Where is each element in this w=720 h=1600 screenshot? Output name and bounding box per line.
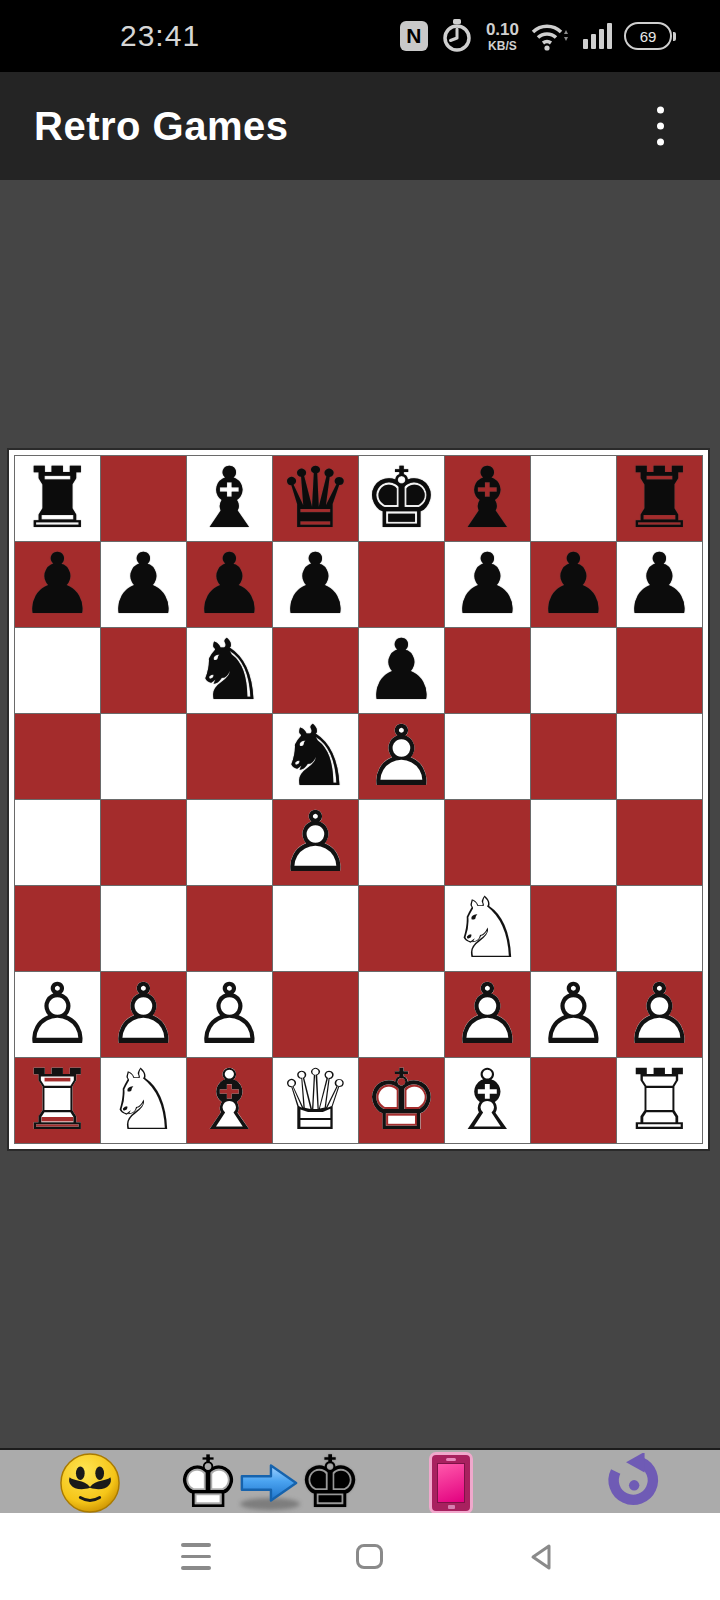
piece-white-rook[interactable]: ♜♖ [15,1058,100,1143]
square-g5[interactable] [531,714,616,799]
piece-white-queen[interactable]: ♛♕ [273,1058,358,1143]
piece-black-knight[interactable]: ♞ [273,714,358,799]
piece-black-pawn[interactable]: ♟ [617,542,702,627]
square-e5[interactable]: ♟♙ [359,714,444,799]
kebab-menu-icon[interactable] [649,99,672,154]
square-a2[interactable]: ♟♙ [15,972,100,1057]
square-d8[interactable]: ♛ [273,456,358,541]
piece-black-pawn[interactable]: ♟ [187,542,272,627]
square-d7[interactable]: ♟ [273,542,358,627]
square-a7[interactable]: ♟ [15,542,100,627]
square-d2[interactable] [273,972,358,1057]
square-e8[interactable]: ♚ [359,456,444,541]
chess-board-frame: ♜♝♛♚♝♜♟♟♟♟♟♟♟♞♟♞♟♙♟♙♞♘♟♙♟♙♟♙♟♙♟♙♟♙♜♖♞♘♝♗… [7,448,710,1151]
piece-black-pawn[interactable]: ♟ [101,542,186,627]
app-bar: Retro Games [0,72,720,180]
square-f4[interactable] [445,800,530,885]
square-c4[interactable] [187,800,272,885]
square-b7[interactable]: ♟ [101,542,186,627]
square-f5[interactable] [445,714,530,799]
wifi-icon [531,20,571,52]
phone-screen: 23:41 N 0.10 KB/S [0,0,720,1600]
piece-white-pawn[interactable]: ♟♙ [617,972,702,1057]
signal-bars-icon [583,23,612,49]
alarm-clock-icon [440,18,474,54]
square-e2[interactable] [359,972,444,1057]
nfc-icon: N [400,21,428,51]
square-d3[interactable] [273,886,358,971]
square-h7[interactable]: ♟ [617,542,702,627]
square-g2[interactable]: ♟♙ [531,972,616,1057]
square-c5[interactable] [187,714,272,799]
game-toolbar: ♚ ♔ ♚ [0,1448,720,1513]
clock-time: 23:41 [120,19,200,53]
square-g3[interactable] [531,886,616,971]
square-g8[interactable] [531,456,616,541]
square-f6[interactable] [445,628,530,713]
piece-black-king[interactable]: ♚ [359,456,444,541]
back-button[interactable] [511,1513,571,1600]
square-h3[interactable] [617,886,702,971]
square-b4[interactable] [101,800,186,885]
square-f2[interactable]: ♟♙ [445,972,530,1057]
piece-black-pawn[interactable]: ♟ [273,542,358,627]
square-f8[interactable]: ♝ [445,456,530,541]
piece-black-queen[interactable]: ♛ [273,456,358,541]
square-a4[interactable] [15,800,100,885]
battery-percent: 69 [640,28,657,45]
square-d5[interactable]: ♞ [273,714,358,799]
turn-arrow-icon [238,1450,300,1513]
piece-white-knight[interactable]: ♞♘ [101,1058,186,1143]
square-b3[interactable] [101,886,186,971]
piece-black-rook[interactable]: ♜ [617,456,702,541]
square-c8[interactable]: ♝ [187,456,272,541]
square-g7[interactable]: ♟ [531,542,616,627]
piece-black-knight[interactable]: ♞ [187,628,272,713]
square-a3[interactable] [15,886,100,971]
square-h8[interactable]: ♜ [617,456,702,541]
square-e4[interactable] [359,800,444,885]
home-icon [356,1544,383,1569]
turn-indicator-white-king: ♚ ♔ [176,1450,240,1513]
back-icon [528,1543,554,1571]
square-c1[interactable]: ♝♗ [187,1058,272,1143]
piece-white-pawn[interactable]: ♟♙ [273,800,358,885]
piece-white-pawn[interactable]: ♟♙ [101,972,186,1057]
piece-black-pawn[interactable]: ♟ [15,542,100,627]
piece-white-bishop[interactable]: ♝♗ [445,1058,530,1143]
piece-black-pawn[interactable]: ♟ [531,542,616,627]
smiley-mustache-icon[interactable] [59,1450,121,1513]
square-b6[interactable] [101,628,186,713]
square-d6[interactable] [273,628,358,713]
square-h2[interactable]: ♟♙ [617,972,702,1057]
chess-board[interactable]: ♜♝♛♚♝♜♟♟♟♟♟♟♟♞♟♞♟♙♟♙♞♘♟♙♟♙♟♙♟♙♟♙♟♙♜♖♞♘♝♗… [14,455,703,1144]
square-d1[interactable]: ♛♕ [273,1058,358,1143]
square-b5[interactable] [101,714,186,799]
piece-white-bishop[interactable]: ♝♗ [187,1058,272,1143]
square-h6[interactable] [617,628,702,713]
page-title: Retro Games [34,104,288,149]
square-g1[interactable] [531,1058,616,1143]
piece-white-pawn[interactable]: ♟♙ [531,972,616,1057]
piece-white-pawn[interactable]: ♟♙ [445,972,530,1057]
piece-white-pawn[interactable]: ♟♙ [187,972,272,1057]
piece-black-rook[interactable]: ♜ [15,456,100,541]
battery-icon: 69 [624,22,672,50]
square-a6[interactable] [15,628,100,713]
square-c3[interactable] [187,886,272,971]
home-button[interactable] [339,1513,399,1600]
square-h1[interactable]: ♜♖ [617,1058,702,1143]
piece-white-pawn[interactable]: ♟♙ [359,714,444,799]
square-d4[interactable]: ♟♙ [273,800,358,885]
square-e1[interactable]: ♚♔ [359,1058,444,1143]
piece-black-bishop[interactable]: ♝ [445,456,530,541]
android-nav-bar [0,1513,720,1600]
piece-white-knight[interactable]: ♞♘ [445,886,530,971]
square-a1[interactable]: ♜♖ [15,1058,100,1143]
square-f3[interactable]: ♞♘ [445,886,530,971]
square-b2[interactable]: ♟♙ [101,972,186,1057]
square-a8[interactable]: ♜ [15,456,100,541]
piece-black-pawn[interactable]: ♟ [445,542,530,627]
network-speed: 0.10 KB/S [486,21,519,52]
square-c6[interactable]: ♞ [187,628,272,713]
square-b8[interactable] [101,456,186,541]
square-e6[interactable]: ♟ [359,628,444,713]
status-bar: 23:41 N 0.10 KB/S [0,0,720,72]
status-icons: N 0.10 KB/S 69 [400,0,672,72]
turn-indicator-black-king: ♚ [298,1450,362,1513]
square-f7[interactable]: ♟ [445,542,530,627]
square-c2[interactable]: ♟♙ [187,972,272,1057]
piece-black-bishop[interactable]: ♝ [187,456,272,541]
square-e7[interactable] [359,542,444,627]
menu-button[interactable] [166,1513,226,1600]
undo-icon[interactable] [604,1450,662,1513]
phone-icon[interactable] [428,1450,474,1513]
square-e3[interactable] [359,886,444,971]
square-g6[interactable] [531,628,616,713]
piece-white-king[interactable]: ♚♔ [359,1058,444,1143]
piece-white-rook[interactable]: ♜♖ [617,1058,702,1143]
square-h5[interactable] [617,714,702,799]
square-f1[interactable]: ♝♗ [445,1058,530,1143]
menu-icon [181,1543,211,1570]
square-h4[interactable] [617,800,702,885]
piece-black-pawn[interactable]: ♟ [359,628,444,713]
piece-white-pawn[interactable]: ♟♙ [15,972,100,1057]
square-c7[interactable]: ♟ [187,542,272,627]
square-b1[interactable]: ♞♘ [101,1058,186,1143]
square-g4[interactable] [531,800,616,885]
square-a5[interactable] [15,714,100,799]
